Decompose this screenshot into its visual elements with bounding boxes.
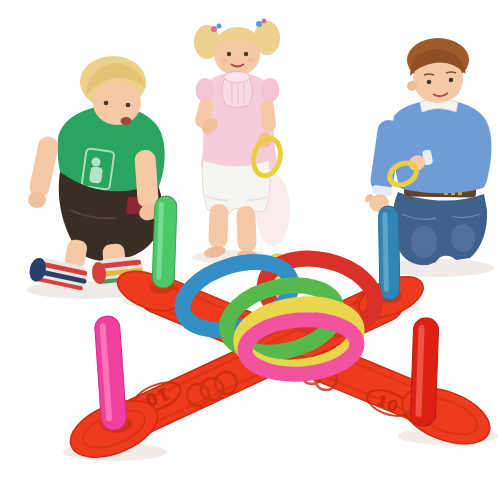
print-figure-head <box>92 158 101 167</box>
peg <box>152 196 177 289</box>
jeans-knee <box>411 226 437 258</box>
eye <box>126 103 131 108</box>
girl-sleeve <box>196 78 215 102</box>
boy-right-jeans <box>393 192 487 265</box>
peg <box>378 206 400 300</box>
girl-leg <box>208 204 229 249</box>
eye <box>104 101 109 106</box>
hair-bobble <box>217 24 222 29</box>
cheek <box>248 58 255 63</box>
eye <box>227 52 231 56</box>
peg-green-back-left <box>152 196 177 289</box>
boy-left-hand <box>28 192 46 208</box>
scene-svg: 10 10 30 <box>0 0 500 477</box>
peg-blue-back-right <box>378 206 400 300</box>
girl-collar <box>224 72 250 83</box>
eye <box>244 52 248 56</box>
hair-bobble <box>262 19 267 24</box>
print-figure-body <box>89 166 103 184</box>
girl-sleeve <box>261 78 280 102</box>
boy-left-arm <box>134 149 159 208</box>
cheek <box>221 59 228 64</box>
shadow <box>386 259 494 277</box>
girl-leg <box>236 206 257 253</box>
eye <box>427 80 432 85</box>
girl-shorts <box>202 160 270 213</box>
ear <box>407 81 417 91</box>
product-photo-ring-toss: 10 10 30 <box>0 0 500 477</box>
peg-red-front-right <box>410 318 439 427</box>
eye <box>449 78 454 83</box>
jeans-knee <box>451 224 475 252</box>
boy-left-face <box>93 81 141 125</box>
hair-bobble <box>211 26 217 32</box>
peg <box>410 318 439 427</box>
hair-bobble <box>256 21 262 27</box>
mouth <box>121 117 132 125</box>
